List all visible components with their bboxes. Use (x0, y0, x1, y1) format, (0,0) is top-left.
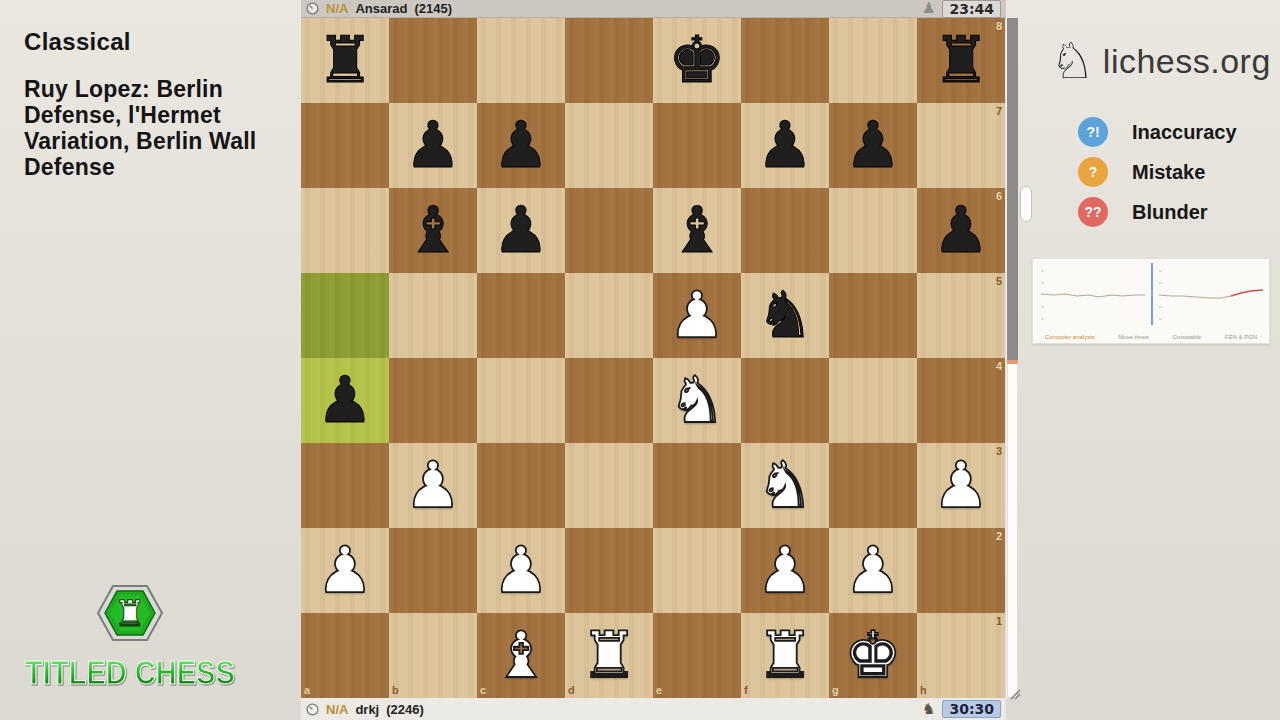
graph-tab-computer-analysis[interactable]: Computer analysis (1045, 334, 1095, 340)
black-piece-p-c6[interactable]: ♟ (477, 188, 565, 273)
square-a5[interactable] (301, 273, 389, 358)
black-piece-p-f7[interactable]: ♟ (741, 103, 829, 188)
square-f6[interactable] (741, 188, 829, 273)
black-piece-b-e6[interactable]: ♝ (653, 188, 741, 273)
square-c3[interactable] (477, 443, 565, 528)
square-h1[interactable]: 1h (917, 613, 1005, 698)
square-e1[interactable]: e (653, 613, 741, 698)
black-piece-p-g7[interactable]: ♟ (829, 103, 917, 188)
rank-label-3: 3 (996, 445, 1002, 457)
square-a2[interactable]: ♟ (301, 528, 389, 613)
square-g6[interactable] (829, 188, 917, 273)
square-f8[interactable] (741, 18, 829, 103)
file-label-f: f (744, 684, 748, 696)
evaluation-bar-black-section (1007, 18, 1018, 360)
square-h3[interactable]: 3♟ (917, 443, 1005, 528)
channel-logo: ♜ TITLED CHESS (0, 582, 260, 692)
black-piece-p-a4[interactable]: ♟ (301, 358, 389, 443)
white-piece-p-a2[interactable]: ♟ (301, 528, 389, 613)
opening-info: Classical Ruy Lopez: Berlin Defense, l'H… (24, 28, 280, 180)
square-b7[interactable]: ♟ (389, 103, 477, 188)
white-piece-p-h3[interactable]: ♟ (917, 443, 1005, 528)
evaluation-bar (1006, 18, 1018, 698)
legend-row-blunder: ?? Blunder (1078, 197, 1237, 227)
rank-label-6: 6 (996, 190, 1002, 202)
square-f4[interactable] (741, 358, 829, 443)
square-c7[interactable]: ♟ (477, 103, 565, 188)
white-piece-b-c1[interactable]: ♝ (477, 613, 565, 698)
knight-material-icon: ♞ (922, 702, 935, 717)
square-a6[interactable] (301, 188, 389, 273)
top-player-bar: N/A Ansarad (2145) ♟ 23:44 (301, 0, 1006, 18)
square-h4[interactable]: 4 (917, 358, 1005, 443)
mistake-label: Mistake (1132, 161, 1205, 184)
square-a3[interactable] (301, 443, 389, 528)
rank-label-1: 1 (996, 615, 1002, 627)
inaccuracy-label: Inaccuracy (1132, 121, 1237, 144)
white-piece-p-c2[interactable]: ♟ (477, 528, 565, 613)
white-piece-n-e4[interactable]: ♞ (653, 358, 741, 443)
square-a7[interactable] (301, 103, 389, 188)
white-piece-k-g1[interactable]: ♚ (829, 613, 917, 698)
file-label-d: d (568, 684, 575, 696)
rank-label-8: 8 (996, 20, 1002, 32)
square-b3[interactable]: ♟ (389, 443, 477, 528)
graph-tab-move-times[interactable]: Move times (1118, 334, 1149, 340)
black-piece-p-h6[interactable]: ♟ (917, 188, 1005, 273)
square-b4[interactable] (389, 358, 477, 443)
time-control-heading: Classical (24, 28, 280, 56)
square-c1[interactable]: c♝ (477, 613, 565, 698)
square-d8[interactable] (565, 18, 653, 103)
mistake-icon: ? (1078, 157, 1108, 187)
square-b8[interactable] (389, 18, 477, 103)
square-h6[interactable]: 6♟ (917, 188, 1005, 273)
rank-label-4: 4 (996, 360, 1002, 372)
square-e4[interactable]: ♞ (653, 358, 741, 443)
top-player-name[interactable]: Ansarad (355, 1, 407, 16)
square-g2[interactable]: ♟ (829, 528, 917, 613)
square-h2[interactable]: 2 (917, 528, 1005, 613)
black-piece-p-b7[interactable]: ♟ (389, 103, 477, 188)
blunder-label: Blunder (1132, 201, 1208, 224)
square-e8[interactable]: ♚ (653, 18, 741, 103)
bottom-player-clock: 30:30 (942, 700, 1001, 718)
square-f1[interactable]: f♜ (741, 613, 829, 698)
top-player-rating: (2145) (414, 1, 452, 16)
square-d2[interactable] (565, 528, 653, 613)
square-e7[interactable] (653, 103, 741, 188)
rank-label-2: 2 (996, 530, 1002, 542)
square-d5[interactable] (565, 273, 653, 358)
square-d3[interactable] (565, 443, 653, 528)
square-d6[interactable] (565, 188, 653, 273)
annotation-legend: ?! Inaccuracy ? Mistake ?? Blunder (1078, 117, 1237, 227)
svg-text:♜: ♜ (114, 593, 146, 634)
graph-tab-fen-pgn[interactable]: FEN & PGN (1225, 334, 1257, 340)
square-d4[interactable] (565, 358, 653, 443)
black-piece-r-a8[interactable]: ♜ (301, 18, 389, 103)
top-player-title: N/A (326, 1, 348, 16)
bottom-player-title: N/A (326, 702, 348, 717)
black-piece-p-c7[interactable]: ♟ (477, 103, 565, 188)
clock-icon (306, 2, 319, 15)
white-piece-p-e5[interactable]: ♟ (653, 273, 741, 358)
file-label-b: b (392, 684, 399, 696)
square-b5[interactable] (389, 273, 477, 358)
blunder-icon: ?? (1078, 197, 1108, 227)
square-h5[interactable]: 5 (917, 273, 1005, 358)
scrollbar-thumb[interactable] (1020, 186, 1032, 222)
graph-tab-crosstable[interactable]: Crosstable (1172, 334, 1201, 340)
square-f7[interactable]: ♟ (741, 103, 829, 188)
square-a1[interactable]: a (301, 613, 389, 698)
square-e5[interactable]: ♟ (653, 273, 741, 358)
black-piece-b-b6[interactable]: ♝ (389, 188, 477, 273)
square-g3[interactable] (829, 443, 917, 528)
rook-hexagon-icon: ♜ (96, 582, 164, 644)
legend-row-inaccuracy: ?! Inaccuracy (1078, 117, 1237, 147)
white-piece-r-f1[interactable]: ♜ (741, 613, 829, 698)
lichess-brand-text: lichess.org (1103, 42, 1271, 81)
square-e2[interactable] (653, 528, 741, 613)
pawn-material-icon: ♟ (922, 1, 935, 16)
evaluation-bar-white-section (1007, 364, 1018, 698)
inaccuracy-icon: ?! (1078, 117, 1108, 147)
lichess-knight-icon: ♘ (1050, 36, 1095, 86)
bottom-player-rating: (2246) (386, 702, 424, 717)
square-b1[interactable]: b (389, 613, 477, 698)
square-h8[interactable]: 8♜ (917, 18, 1005, 103)
square-b2[interactable] (389, 528, 477, 613)
board-resize-grip-icon[interactable] (1007, 688, 1021, 700)
file-label-h: h (920, 684, 927, 696)
file-label-c: c (480, 684, 486, 696)
opening-name: Ruy Lopez: Berlin Defense, l'Hermet Vari… (24, 76, 280, 180)
white-piece-r-d1[interactable]: ♜ (565, 613, 653, 698)
lichess-brand: ♘ lichess.org (1050, 36, 1271, 86)
square-h7[interactable]: 7 (917, 103, 1005, 188)
bottom-player-bar: N/A drkj (2246) ♞ 30:30 (301, 698, 1006, 720)
square-g7[interactable]: ♟ (829, 103, 917, 188)
graph-tabs: Computer analysisMove timesCrosstableFEN… (1033, 334, 1269, 340)
square-c6[interactable]: ♟ (477, 188, 565, 273)
black-piece-r-h8[interactable]: ♜ (917, 18, 1005, 103)
square-f2[interactable]: ♟ (741, 528, 829, 613)
black-piece-k-e8[interactable]: ♚ (653, 18, 741, 103)
square-c8[interactable] (477, 18, 565, 103)
bottom-player-name[interactable]: drkj (355, 702, 379, 717)
square-d1[interactable]: d♜ (565, 613, 653, 698)
square-e3[interactable] (653, 443, 741, 528)
file-label-e: e (656, 684, 662, 696)
square-g1[interactable]: g♚ (829, 613, 917, 698)
page: Classical Ruy Lopez: Berlin Defense, l'H… (0, 0, 1280, 720)
square-c4[interactable] (477, 358, 565, 443)
white-piece-p-b3[interactable]: ♟ (389, 443, 477, 528)
square-e6[interactable]: ♝ (653, 188, 741, 273)
square-d7[interactable] (565, 103, 653, 188)
square-g5[interactable] (829, 273, 917, 358)
square-c5[interactable] (477, 273, 565, 358)
clock-icon (306, 703, 319, 716)
top-player-clock: 23:44 (942, 0, 1001, 18)
square-a4[interactable]: ♟ (301, 358, 389, 443)
file-label-a: a (304, 684, 310, 696)
legend-row-mistake: ? Mistake (1078, 157, 1237, 187)
square-f3[interactable]: ♞ (741, 443, 829, 528)
square-c2[interactable]: ♟ (477, 528, 565, 613)
square-f5[interactable]: ♞ (741, 273, 829, 358)
square-b6[interactable]: ♝ (389, 188, 477, 273)
black-piece-n-f5[interactable]: ♞ (741, 273, 829, 358)
white-piece-n-f3[interactable]: ♞ (741, 443, 829, 528)
chess-board[interactable]: ♜♚8♜♟♟♟♟7♝♟♝6♟♟♞5♟♞4♟♞3♟♟♟♟♟2abc♝d♜ef♜g♚… (301, 18, 1005, 698)
rank-label-7: 7 (996, 105, 1002, 117)
white-piece-p-f2[interactable]: ♟ (741, 528, 829, 613)
square-g8[interactable] (829, 18, 917, 103)
analysis-graph-panel[interactable]: Computer analysisMove timesCrosstableFEN… (1032, 258, 1270, 344)
file-label-g: g (832, 684, 839, 696)
square-g4[interactable] (829, 358, 917, 443)
square-a8[interactable]: ♜ (301, 18, 389, 103)
white-piece-p-g2[interactable]: ♟ (829, 528, 917, 613)
channel-name: TITLED CHESS (16, 654, 245, 692)
rank-label-5: 5 (996, 275, 1002, 287)
advantage-chart (1033, 259, 1269, 329)
